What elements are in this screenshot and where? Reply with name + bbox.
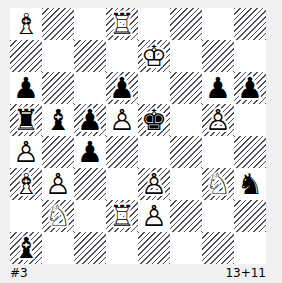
square-b4[interactable] [42, 136, 74, 168]
square-b8[interactable] [42, 8, 74, 40]
square-g6[interactable]: ♟ [202, 72, 234, 104]
chessboard: ♗♖♔♟♟♟♟♜♝♟♙♚♙♙♟♗♙♙♘♞♘♖♙♝ [10, 8, 266, 264]
square-f4[interactable] [170, 136, 202, 168]
square-h1[interactable] [234, 232, 266, 264]
square-a4[interactable]: ♙ [10, 136, 42, 168]
square-f5[interactable] [170, 104, 202, 136]
square-e1[interactable] [138, 232, 170, 264]
piece-black-bishop: ♝ [13, 232, 39, 264]
piece-black-pawn: ♟ [77, 104, 103, 136]
piece-white-pawn: ♙ [141, 168, 167, 200]
square-f2[interactable] [170, 200, 202, 232]
square-e4[interactable] [138, 136, 170, 168]
piece-white-pawn: ♙ [109, 104, 135, 136]
square-e7[interactable]: ♔ [138, 40, 170, 72]
square-g1[interactable] [202, 232, 234, 264]
square-a7[interactable] [10, 40, 42, 72]
square-h2[interactable] [234, 200, 266, 232]
piece-white-rook: ♖ [109, 200, 135, 232]
square-f7[interactable] [170, 40, 202, 72]
square-a1[interactable]: ♝ [10, 232, 42, 264]
square-b3[interactable]: ♙ [42, 168, 74, 200]
square-c7[interactable] [74, 40, 106, 72]
square-c2[interactable] [74, 200, 106, 232]
caption-row: #3 13+11 [10, 264, 266, 280]
square-e2[interactable]: ♙ [138, 200, 170, 232]
square-d1[interactable] [106, 232, 138, 264]
square-c8[interactable] [74, 8, 106, 40]
piece-black-pawn: ♟ [237, 72, 263, 104]
square-c6[interactable] [74, 72, 106, 104]
square-a2[interactable] [10, 200, 42, 232]
square-a3[interactable]: ♗ [10, 168, 42, 200]
square-b2[interactable]: ♘ [42, 200, 74, 232]
piece-black-pawn: ♟ [205, 72, 231, 104]
material-count-label: 13+11 [225, 266, 266, 280]
square-g4[interactable] [202, 136, 234, 168]
piece-black-pawn: ♟ [77, 136, 103, 168]
square-d8[interactable]: ♖ [106, 8, 138, 40]
piece-black-king: ♚ [141, 104, 167, 136]
piece-black-knight: ♞ [237, 168, 263, 200]
square-c3[interactable] [74, 168, 106, 200]
piece-white-pawn: ♙ [141, 200, 167, 232]
square-b6[interactable] [42, 72, 74, 104]
square-a8[interactable]: ♗ [10, 8, 42, 40]
square-d7[interactable] [106, 40, 138, 72]
square-h4[interactable] [234, 136, 266, 168]
square-g3[interactable]: ♘ [202, 168, 234, 200]
square-d2[interactable]: ♖ [106, 200, 138, 232]
piece-black-pawn: ♟ [13, 72, 39, 104]
square-e3[interactable]: ♙ [138, 168, 170, 200]
square-b1[interactable] [42, 232, 74, 264]
piece-white-pawn: ♙ [205, 104, 231, 136]
square-b5[interactable]: ♝ [42, 104, 74, 136]
square-f1[interactable] [170, 232, 202, 264]
square-e6[interactable] [138, 72, 170, 104]
piece-black-bishop: ♝ [45, 104, 71, 136]
square-h3[interactable]: ♞ [234, 168, 266, 200]
square-f6[interactable] [170, 72, 202, 104]
square-d4[interactable] [106, 136, 138, 168]
square-c4[interactable]: ♟ [74, 136, 106, 168]
square-a5[interactable]: ♜ [10, 104, 42, 136]
square-h6[interactable]: ♟ [234, 72, 266, 104]
piece-white-pawn: ♙ [45, 168, 71, 200]
square-g8[interactable] [202, 8, 234, 40]
square-h7[interactable] [234, 40, 266, 72]
square-c1[interactable] [74, 232, 106, 264]
square-g7[interactable] [202, 40, 234, 72]
square-b7[interactable] [42, 40, 74, 72]
square-h5[interactable] [234, 104, 266, 136]
square-g5[interactable]: ♙ [202, 104, 234, 136]
square-f3[interactable] [170, 168, 202, 200]
square-d5[interactable]: ♙ [106, 104, 138, 136]
square-a6[interactable]: ♟ [10, 72, 42, 104]
piece-white-pawn: ♙ [13, 136, 39, 168]
square-h8[interactable] [234, 8, 266, 40]
piece-black-rook: ♜ [13, 104, 39, 136]
piece-white-knight: ♘ [205, 168, 231, 200]
piece-white-bishop: ♗ [13, 168, 39, 200]
square-e5[interactable]: ♚ [138, 104, 170, 136]
piece-white-rook: ♖ [109, 8, 135, 40]
diagram-page: ♗♖♔♟♟♟♟♜♝♟♙♚♙♙♟♗♙♙♘♞♘♖♙♝ #3 13+11 [0, 0, 282, 283]
piece-white-knight: ♘ [45, 200, 71, 232]
square-d6[interactable]: ♟ [106, 72, 138, 104]
stipulation-label: #3 [10, 266, 28, 280]
piece-black-pawn: ♟ [109, 72, 135, 104]
square-c5[interactable]: ♟ [74, 104, 106, 136]
square-e8[interactable] [138, 8, 170, 40]
square-g2[interactable] [202, 200, 234, 232]
square-f8[interactable] [170, 8, 202, 40]
piece-white-king: ♔ [141, 40, 167, 72]
piece-white-bishop: ♗ [13, 8, 39, 40]
square-d3[interactable] [106, 168, 138, 200]
